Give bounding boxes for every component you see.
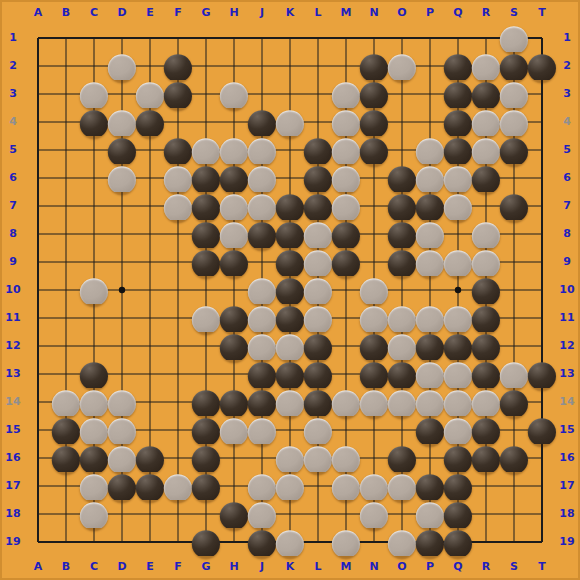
intersection-A6[interactable]: [24, 164, 52, 192]
intersection-P3[interactable]: [416, 80, 444, 108]
col-label-top-G: G: [192, 6, 220, 20]
col-label-bottom-Q: Q: [444, 560, 472, 574]
intersection-C11[interactable]: [80, 304, 108, 332]
intersection-D8[interactable]: [108, 220, 136, 248]
intersection-D19[interactable]: [108, 528, 136, 556]
intersection-B4[interactable]: [52, 108, 80, 136]
row-label-right-5: 5: [554, 143, 580, 157]
row-label-right-19: 19: [554, 535, 580, 549]
intersection-H9[interactable]: ●: [220, 248, 248, 276]
col-label-bottom-N: N: [360, 560, 388, 574]
intersection-H16[interactable]: [220, 444, 248, 472]
intersection-H12[interactable]: ●: [220, 332, 248, 360]
white-stone: ●: [78, 500, 110, 528]
black-stone: ●: [190, 528, 222, 556]
intersection-C7[interactable]: [80, 192, 108, 220]
intersection-O4[interactable]: [388, 108, 416, 136]
intersection-Q7[interactable]: ●: [444, 192, 472, 220]
row-label-right-1: 1: [554, 31, 580, 45]
intersection-B17[interactable]: [52, 472, 80, 500]
intersection-A10[interactable]: [24, 276, 52, 304]
intersection-A9[interactable]: [24, 248, 52, 276]
intersection-G1[interactable]: [192, 24, 220, 52]
col-label-bottom-M: M: [332, 560, 360, 574]
black-stone: ●: [162, 80, 194, 108]
intersection-T18[interactable]: [528, 500, 556, 528]
intersection-Q9[interactable]: ●: [444, 248, 472, 276]
intersection-B3[interactable]: [52, 80, 80, 108]
white-stone: ●: [274, 528, 306, 556]
intersection-A8[interactable]: [24, 220, 52, 248]
col-label-top-F: F: [164, 6, 192, 20]
intersection-A17[interactable]: [24, 472, 52, 500]
intersection-F15[interactable]: [164, 416, 192, 444]
col-label-top-P: P: [416, 6, 444, 20]
col-label-bottom-R: R: [472, 560, 500, 574]
intersection-M19[interactable]: ●: [332, 528, 360, 556]
row-label-left-12: 12: [0, 339, 26, 353]
intersection-F3[interactable]: ●: [164, 80, 192, 108]
intersection-K19[interactable]: ●: [276, 528, 304, 556]
intersection-B12[interactable]: [52, 332, 80, 360]
col-label-bottom-T: T: [528, 560, 556, 574]
intersection-A7[interactable]: [24, 192, 52, 220]
intersection-A18[interactable]: [24, 500, 52, 528]
intersection-J1[interactable]: [248, 24, 276, 52]
col-label-top-K: K: [276, 6, 304, 20]
intersection-E18[interactable]: [136, 500, 164, 528]
intersection-K5[interactable]: [276, 136, 304, 164]
row-label-right-11: 11: [554, 311, 580, 325]
intersection-P19[interactable]: ●: [416, 528, 444, 556]
intersection-B6[interactable]: [52, 164, 80, 192]
intersection-S9[interactable]: [500, 248, 528, 276]
intersection-M14[interactable]: ●: [332, 388, 360, 416]
white-stone: ●: [330, 528, 362, 556]
intersection-M10[interactable]: [332, 276, 360, 304]
col-label-top-A: A: [24, 6, 52, 20]
col-label-top-S: S: [500, 6, 528, 20]
intersection-E10[interactable]: [136, 276, 164, 304]
intersection-B8[interactable]: [52, 220, 80, 248]
intersection-N8[interactable]: [360, 220, 388, 248]
intersection-P15[interactable]: ●: [416, 416, 444, 444]
intersection-B9[interactable]: [52, 248, 80, 276]
col-label-top-T: T: [528, 6, 556, 20]
col-label-top-J: J: [248, 6, 276, 20]
intersection-L3[interactable]: [304, 80, 332, 108]
intersection-S8[interactable]: [500, 220, 528, 248]
intersection-T19[interactable]: [528, 528, 556, 556]
intersection-F12[interactable]: [164, 332, 192, 360]
col-label-bottom-C: C: [80, 560, 108, 574]
col-label-top-R: R: [472, 6, 500, 20]
col-label-bottom-D: D: [108, 560, 136, 574]
intersection-T3[interactable]: [528, 80, 556, 108]
intersection-J2[interactable]: [248, 52, 276, 80]
row-label-left-10: 10: [0, 283, 26, 297]
intersection-R19[interactable]: [472, 528, 500, 556]
intersection-R17[interactable]: [472, 472, 500, 500]
white-stone: ●: [386, 52, 418, 80]
intersection-S11[interactable]: [500, 304, 528, 332]
intersection-P2[interactable]: [416, 52, 444, 80]
intersection-D6[interactable]: ●: [108, 164, 136, 192]
intersection-P1[interactable]: [416, 24, 444, 52]
intersection-M1[interactable]: [332, 24, 360, 52]
intersection-F9[interactable]: [164, 248, 192, 276]
white-stone: ●: [78, 276, 110, 304]
black-stone: ●: [442, 528, 474, 556]
intersection-G19[interactable]: ●: [192, 528, 220, 556]
intersection-T4[interactable]: [528, 108, 556, 136]
intersection-K17[interactable]: ●: [276, 472, 304, 500]
intersection-K2[interactable]: [276, 52, 304, 80]
row-label-left-13: 13: [0, 367, 26, 381]
intersection-G17[interactable]: ●: [192, 472, 220, 500]
row-label-left-7: 7: [0, 199, 26, 213]
row-label-left-11: 11: [0, 311, 26, 325]
intersection-A2[interactable]: [24, 52, 52, 80]
intersection-T2[interactable]: ●: [528, 52, 556, 80]
row-label-left-6: 6: [0, 171, 26, 185]
col-label-top-O: O: [388, 6, 416, 20]
row-label-left-9: 9: [0, 255, 26, 269]
intersection-H15[interactable]: ●: [220, 416, 248, 444]
intersection-F10[interactable]: [164, 276, 192, 304]
row-label-left-3: 3: [0, 87, 26, 101]
row-label-left-19: 19: [0, 535, 26, 549]
col-label-bottom-K: K: [276, 560, 304, 574]
intersection-S10[interactable]: [500, 276, 528, 304]
intersection-S14[interactable]: ●: [500, 388, 528, 416]
intersection-C5[interactable]: [80, 136, 108, 164]
intersection-B10[interactable]: [52, 276, 80, 304]
go-board[interactable]: ●●●●●●●●●●●●●●●●●●●●●●●●●●●●●●●●●●●●●●●●…: [24, 24, 556, 556]
intersection-S17[interactable]: [500, 472, 528, 500]
col-label-top-Q: Q: [444, 6, 472, 20]
intersection-L19[interactable]: [304, 528, 332, 556]
intersection-T5[interactable]: [528, 136, 556, 164]
col-label-bottom-O: O: [388, 560, 416, 574]
intersection-C19[interactable]: [80, 528, 108, 556]
intersection-O9[interactable]: ●: [388, 248, 416, 276]
intersection-E1[interactable]: [136, 24, 164, 52]
intersection-Q19[interactable]: ●: [444, 528, 472, 556]
intersection-C8[interactable]: [80, 220, 108, 248]
intersection-N19[interactable]: [360, 528, 388, 556]
row-label-right-12: 12: [554, 339, 580, 353]
intersection-M17[interactable]: ●: [332, 472, 360, 500]
row-label-left-14: 14: [0, 395, 26, 409]
intersection-N14[interactable]: ●: [360, 388, 388, 416]
intersection-S19[interactable]: [500, 528, 528, 556]
intersection-B18[interactable]: [52, 500, 80, 528]
col-label-top-M: M: [332, 6, 360, 20]
intersection-L2[interactable]: [304, 52, 332, 80]
intersection-G12[interactable]: [192, 332, 220, 360]
intersection-F8[interactable]: [164, 220, 192, 248]
intersection-C1[interactable]: [80, 24, 108, 52]
col-label-bottom-J: J: [248, 560, 276, 574]
row-label-left-2: 2: [0, 59, 26, 73]
col-label-bottom-B: B: [52, 560, 80, 574]
intersection-D7[interactable]: [108, 192, 136, 220]
intersection-T10[interactable]: [528, 276, 556, 304]
row-label-left-4: 4: [0, 115, 26, 129]
intersection-L17[interactable]: [304, 472, 332, 500]
intersection-G3[interactable]: [192, 80, 220, 108]
col-label-top-N: N: [360, 6, 388, 20]
intersection-S16[interactable]: ●: [500, 444, 528, 472]
intersection-F19[interactable]: [164, 528, 192, 556]
black-stone: ●: [498, 136, 530, 164]
intersection-F18[interactable]: [164, 500, 192, 528]
intersection-S5[interactable]: ●: [500, 136, 528, 164]
intersection-F17[interactable]: ●: [164, 472, 192, 500]
intersection-J15[interactable]: ●: [248, 416, 276, 444]
intersection-N5[interactable]: ●: [360, 136, 388, 164]
intersection-L1[interactable]: [304, 24, 332, 52]
intersection-T11[interactable]: [528, 304, 556, 332]
intersection-E6[interactable]: [136, 164, 164, 192]
go-board-window: ●●●●●●●●●●●●●●●●●●●●●●●●●●●●●●●●●●●●●●●●…: [0, 0, 580, 580]
col-label-bottom-L: L: [304, 560, 332, 574]
intersection-E17[interactable]: ●: [136, 472, 164, 500]
row-label-right-18: 18: [554, 507, 580, 521]
intersection-B7[interactable]: [52, 192, 80, 220]
row-label-left-5: 5: [0, 143, 26, 157]
col-label-top-D: D: [108, 6, 136, 20]
row-label-right-10: 10: [554, 283, 580, 297]
col-label-bottom-E: E: [136, 560, 164, 574]
intersection-T13[interactable]: ●: [528, 360, 556, 388]
row-label-right-3: 3: [554, 87, 580, 101]
intersection-B2[interactable]: [52, 52, 80, 80]
intersection-O19[interactable]: ●: [388, 528, 416, 556]
intersection-J8[interactable]: ●: [248, 220, 276, 248]
intersection-T9[interactable]: [528, 248, 556, 276]
row-label-right-7: 7: [554, 199, 580, 213]
intersection-E5[interactable]: [136, 136, 164, 164]
intersection-C18[interactable]: ●: [80, 500, 108, 528]
intersection-O17[interactable]: ●: [388, 472, 416, 500]
black-stone: ●: [498, 444, 530, 472]
intersection-H1[interactable]: [220, 24, 248, 52]
intersection-C10[interactable]: ●: [80, 276, 108, 304]
intersection-A14[interactable]: [24, 388, 52, 416]
intersection-D12[interactable]: [108, 332, 136, 360]
col-label-top-C: C: [80, 6, 108, 20]
intersection-S18[interactable]: [500, 500, 528, 528]
intersection-K14[interactable]: ●: [276, 388, 304, 416]
col-label-bottom-S: S: [500, 560, 528, 574]
row-label-left-17: 17: [0, 479, 26, 493]
intersection-J19[interactable]: ●: [248, 528, 276, 556]
intersection-E19[interactable]: [136, 528, 164, 556]
intersection-N15[interactable]: [360, 416, 388, 444]
intersection-L18[interactable]: [304, 500, 332, 528]
intersection-F7[interactable]: ●: [164, 192, 192, 220]
row-label-right-2: 2: [554, 59, 580, 73]
intersection-T16[interactable]: [528, 444, 556, 472]
intersection-B16[interactable]: ●: [52, 444, 80, 472]
intersection-T8[interactable]: [528, 220, 556, 248]
row-label-left-1: 1: [0, 31, 26, 45]
intersection-G9[interactable]: ●: [192, 248, 220, 276]
intersection-L16[interactable]: ●: [304, 444, 332, 472]
col-label-bottom-H: H: [220, 560, 248, 574]
intersection-N6[interactable]: [360, 164, 388, 192]
intersection-D17[interactable]: ●: [108, 472, 136, 500]
col-label-top-H: H: [220, 6, 248, 20]
intersection-E14[interactable]: [136, 388, 164, 416]
intersection-G2[interactable]: [192, 52, 220, 80]
row-label-right-6: 6: [554, 171, 580, 185]
intersection-D9[interactable]: [108, 248, 136, 276]
intersection-E9[interactable]: [136, 248, 164, 276]
intersection-R16[interactable]: ●: [472, 444, 500, 472]
col-label-top-E: E: [136, 6, 164, 20]
row-label-left-18: 18: [0, 507, 26, 521]
col-label-bottom-A: A: [24, 560, 52, 574]
intersection-A12[interactable]: [24, 332, 52, 360]
white-stone: ●: [106, 164, 138, 192]
row-label-right-17: 17: [554, 479, 580, 493]
row-label-left-8: 8: [0, 227, 26, 241]
intersection-A5[interactable]: [24, 136, 52, 164]
intersection-A11[interactable]: [24, 304, 52, 332]
intersection-D18[interactable]: [108, 500, 136, 528]
col-label-top-L: L: [304, 6, 332, 20]
intersection-E11[interactable]: [136, 304, 164, 332]
intersection-S7[interactable]: ●: [500, 192, 528, 220]
intersection-E12[interactable]: [136, 332, 164, 360]
black-stone: ●: [498, 192, 530, 220]
intersection-O3[interactable]: [388, 80, 416, 108]
white-stone: ●: [274, 472, 306, 500]
intersection-O2[interactable]: ●: [388, 52, 416, 80]
intersection-E13[interactable]: [136, 360, 164, 388]
intersection-C6[interactable]: [80, 164, 108, 192]
intersection-A16[interactable]: [24, 444, 52, 472]
intersection-M12[interactable]: [332, 332, 360, 360]
intersection-A3[interactable]: [24, 80, 52, 108]
intersection-N18[interactable]: ●: [360, 500, 388, 528]
intersection-A1[interactable]: [24, 24, 52, 52]
intersection-H3[interactable]: ●: [220, 80, 248, 108]
intersection-M11[interactable]: [332, 304, 360, 332]
intersection-F11[interactable]: [164, 304, 192, 332]
row-label-right-14: 14: [554, 395, 580, 409]
intersection-E7[interactable]: [136, 192, 164, 220]
intersection-B1[interactable]: [52, 24, 80, 52]
intersection-D11[interactable]: [108, 304, 136, 332]
intersection-T7[interactable]: [528, 192, 556, 220]
intersection-A4[interactable]: [24, 108, 52, 136]
intersection-A13[interactable]: [24, 360, 52, 388]
row-label-left-15: 15: [0, 423, 26, 437]
col-label-bottom-F: F: [164, 560, 192, 574]
intersection-F13[interactable]: [164, 360, 192, 388]
intersection-N7[interactable]: [360, 192, 388, 220]
col-label-bottom-G: G: [192, 560, 220, 574]
intersection-B11[interactable]: [52, 304, 80, 332]
intersection-B5[interactable]: [52, 136, 80, 164]
intersection-D10[interactable]: [108, 276, 136, 304]
intersection-A19[interactable]: [24, 528, 52, 556]
intersection-R6[interactable]: ●: [472, 164, 500, 192]
intersection-C4[interactable]: ●: [80, 108, 108, 136]
row-label-right-9: 9: [554, 255, 580, 269]
intersection-R18[interactable]: [472, 500, 500, 528]
row-label-right-16: 16: [554, 451, 580, 465]
intersection-P9[interactable]: ●: [416, 248, 444, 276]
intersection-H18[interactable]: ●: [220, 500, 248, 528]
intersection-K1[interactable]: [276, 24, 304, 52]
intersection-A15[interactable]: [24, 416, 52, 444]
intersection-T17[interactable]: [528, 472, 556, 500]
intersection-T6[interactable]: [528, 164, 556, 192]
intersection-O14[interactable]: ●: [388, 388, 416, 416]
intersection-T15[interactable]: ●: [528, 416, 556, 444]
row-label-left-16: 16: [0, 451, 26, 465]
col-label-top-B: B: [52, 6, 80, 20]
intersection-K4[interactable]: ●: [276, 108, 304, 136]
intersection-E4[interactable]: ●: [136, 108, 164, 136]
row-label-right-8: 8: [554, 227, 580, 241]
intersection-G11[interactable]: ●: [192, 304, 220, 332]
intersection-D2[interactable]: ●: [108, 52, 136, 80]
row-label-right-13: 13: [554, 367, 580, 381]
intersection-E8[interactable]: [136, 220, 164, 248]
intersection-M9[interactable]: ●: [332, 248, 360, 276]
row-label-right-4: 4: [554, 115, 580, 129]
col-label-bottom-P: P: [416, 560, 444, 574]
intersection-F14[interactable]: [164, 388, 192, 416]
intersection-B19[interactable]: [52, 528, 80, 556]
row-label-right-15: 15: [554, 423, 580, 437]
intersection-H19[interactable]: [220, 528, 248, 556]
